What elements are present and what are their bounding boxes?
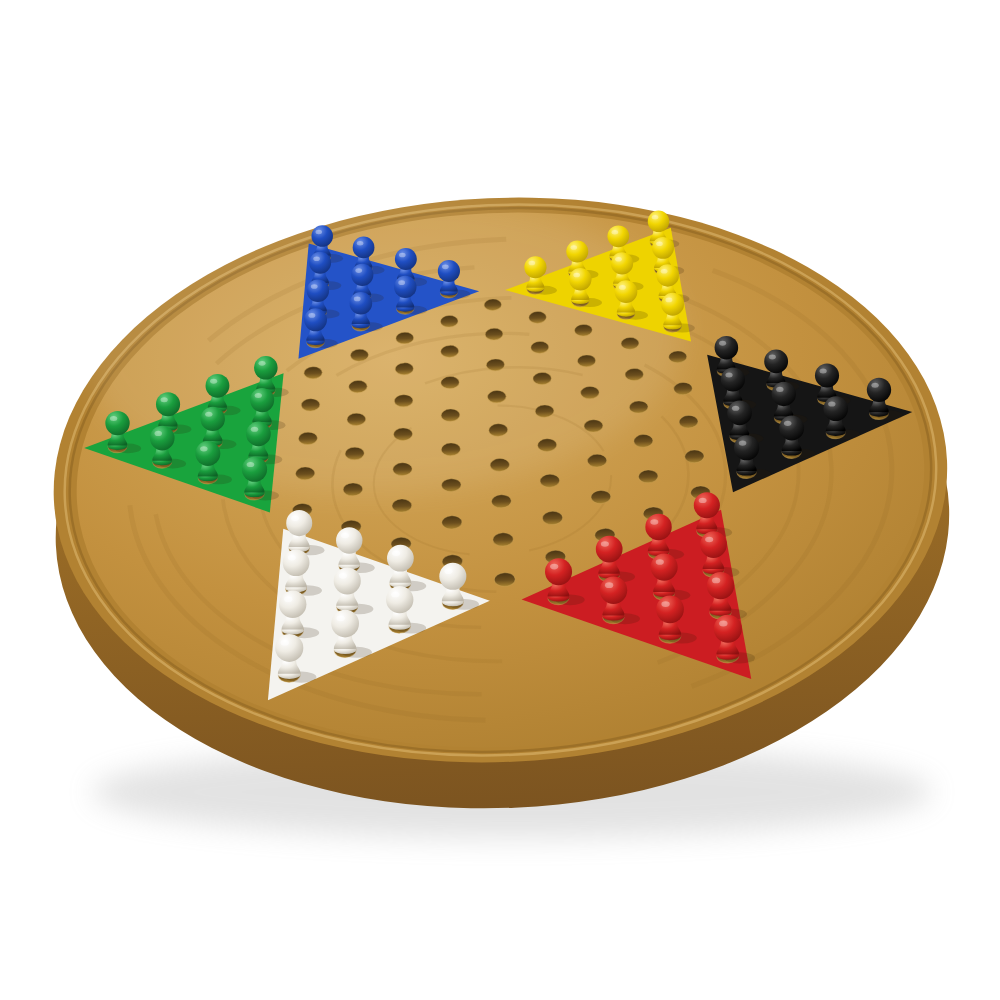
peg-head [700,531,727,558]
peg-highlight [656,241,663,246]
peg-head [569,268,591,290]
peg-highlight [776,387,783,392]
hole[interactable] [490,458,510,471]
hole[interactable] [395,362,414,375]
peg-highlight [719,341,726,346]
peg-highlight [619,285,626,290]
peg-highlight [316,230,323,234]
peg-highlight [819,368,826,373]
hole[interactable] [542,511,563,525]
hole[interactable] [298,432,318,445]
hole[interactable] [591,490,611,504]
hole[interactable] [343,483,363,497]
peg-highlight [656,559,664,565]
peg-head [734,435,759,460]
peg-highlight [612,230,619,235]
peg-highlight [392,550,400,556]
peg-highlight [615,257,622,262]
peg-head [105,411,129,435]
peg-highlight [529,261,536,266]
hole[interactable] [441,478,461,492]
peg-head [311,225,333,247]
peg-highlight [284,596,292,602]
hole[interactable] [668,351,687,364]
peg-highlight [550,564,558,570]
peg-head [524,256,546,278]
peg-head [823,396,848,421]
peg-head [714,615,742,643]
peg-head [607,225,629,247]
hole[interactable] [484,299,502,311]
peg-highlight [341,533,349,538]
peg-highlight [442,265,449,270]
hole[interactable] [634,434,654,447]
hole[interactable] [580,386,599,399]
peg-head [283,549,310,576]
peg-highlight [288,555,296,561]
peg-highlight [357,241,364,246]
peg-highlight [110,416,117,421]
peg-highlight [784,421,792,426]
peg-head [566,241,588,263]
hole[interactable] [488,423,508,436]
peg-highlight [661,601,669,607]
hole[interactable] [533,372,552,385]
peg-highlight [712,578,720,584]
hole[interactable] [491,494,511,508]
peg-highlight [652,215,659,219]
peg-highlight [725,373,732,378]
peg-head [815,363,839,387]
peg-head [651,554,678,581]
peg-highlight [210,379,217,384]
peg-highlight [355,268,362,273]
hole[interactable] [441,376,460,389]
hole[interactable] [350,349,368,362]
hole[interactable] [485,328,503,340]
peg-head [600,577,627,604]
hole[interactable] [345,447,365,460]
peg-head [246,422,271,447]
peg-head [156,392,180,416]
peg-head [545,558,572,585]
peg-head [307,280,329,302]
hole[interactable] [577,355,596,368]
hole[interactable] [529,311,547,323]
peg-head [254,356,278,380]
hole[interactable] [347,413,366,426]
peg-head [715,336,739,360]
hole[interactable] [494,572,515,586]
peg-head [386,586,413,613]
hole[interactable] [584,419,604,432]
peg-head [350,292,373,315]
peg-highlight [313,256,320,261]
hole[interactable] [392,499,412,513]
peg-head [351,264,373,286]
peg-head [661,293,684,316]
peg-head [304,308,327,331]
hole[interactable] [301,398,320,411]
chinese-checkers-photo [0,0,1000,1000]
hole[interactable] [684,450,704,463]
hole[interactable] [394,394,413,407]
peg-highlight [339,573,347,579]
hole[interactable] [486,359,505,372]
peg-head [206,374,230,398]
hole[interactable] [440,345,458,358]
peg-head [275,634,303,662]
hole[interactable] [440,315,458,327]
peg-head [331,610,359,638]
hole[interactable] [441,515,462,529]
peg-head [387,545,414,572]
hole[interactable] [393,428,413,441]
peg-head [394,276,416,298]
peg-highlight [605,582,613,588]
peg-head [336,527,362,553]
peg-highlight [398,280,405,285]
hole[interactable] [673,382,692,395]
peg-head [279,591,306,618]
peg-highlight [705,537,713,543]
peg-head [353,237,375,259]
peg-highlight [200,446,208,451]
peg-head [656,595,684,623]
peg-head [286,510,312,536]
peg-highlight [308,313,315,318]
peg-highlight [719,621,727,627]
peg-head [615,280,638,303]
peg-head [439,563,466,590]
peg-highlight [665,298,672,303]
peg-head [242,457,267,482]
peg-highlight [336,615,344,621]
peg-head [611,252,633,274]
hole[interactable] [587,454,607,467]
peg-highlight [601,541,609,547]
hole[interactable] [621,337,639,350]
hole[interactable] [487,390,506,403]
hole[interactable] [295,467,315,480]
hole[interactable] [348,380,367,393]
peg-highlight [661,269,668,274]
peg-head [309,252,331,274]
hole[interactable] [304,366,323,379]
hole[interactable] [396,332,414,344]
peg-head [201,407,225,431]
peg-highlight [699,498,707,503]
peg-highlight [444,568,452,574]
peg-highlight [732,406,739,411]
peg-head [867,378,891,402]
hole[interactable] [441,409,460,422]
peg-head [657,264,679,286]
hole[interactable] [625,368,644,381]
peg-highlight [247,462,255,467]
peg-head [250,388,274,412]
peg-head [772,382,796,406]
peg-highlight [281,640,289,646]
peg-head [694,492,720,518]
hole[interactable] [441,443,461,456]
peg-head [764,349,788,373]
peg-head [648,211,670,233]
peg-head [779,416,804,441]
hole[interactable] [679,415,699,428]
peg-head [721,368,745,392]
hole[interactable] [629,400,648,413]
hole[interactable] [537,438,557,451]
peg-highlight [739,440,747,445]
hole[interactable] [531,341,549,354]
peg-head [707,572,734,599]
peg-highlight [399,253,406,258]
chinese-checkers-board [0,0,1000,1000]
peg-highlight [258,361,265,366]
peg-highlight [311,284,318,289]
peg-head [334,567,361,594]
peg-highlight [251,427,258,432]
hole[interactable] [540,474,560,488]
peg-head [395,248,417,270]
peg-highlight [828,401,835,406]
peg-highlight [570,245,577,250]
peg-highlight [650,519,658,524]
peg-highlight [354,297,361,302]
hole[interactable] [574,324,592,336]
peg-highlight [205,412,212,417]
peg-head [438,260,460,282]
hole[interactable] [493,532,514,546]
peg-highlight [155,431,162,436]
peg-highlight [391,592,399,598]
peg-head [652,237,674,259]
peg-highlight [291,515,299,520]
peg-highlight [161,397,168,402]
peg-highlight [573,273,580,278]
peg-head [727,401,752,426]
peg-head [195,441,220,466]
peg-head [150,426,175,451]
hole[interactable] [638,470,658,484]
peg-head [645,514,671,540]
peg-highlight [255,393,262,398]
peg-highlight [769,354,776,359]
hole[interactable] [393,462,413,475]
peg-head [596,536,623,563]
hole[interactable] [535,405,554,418]
peg-highlight [871,383,878,388]
